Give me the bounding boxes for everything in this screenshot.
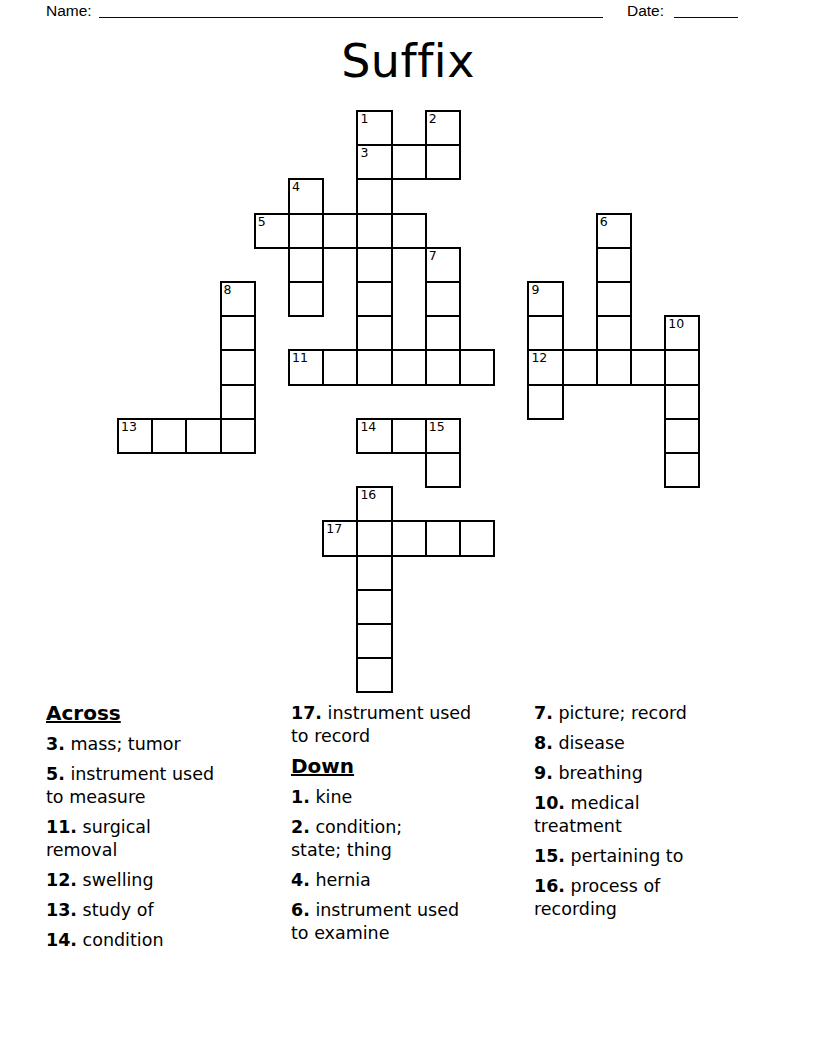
clue-text: disease xyxy=(553,733,625,753)
cell-number-10: 10 xyxy=(668,317,684,330)
clue-down-6: 6. instrument used to examine xyxy=(291,899,533,945)
crossword-grid: 1234567891011121314151617 xyxy=(117,110,703,694)
crossword-worksheet: { "game": "crossword", "title": "Suffix"… xyxy=(0,0,816,1056)
grid-cell-r5c5[interactable] xyxy=(288,281,324,317)
clue-down-16: 16. process of recording xyxy=(534,875,776,921)
grid-cell-r5c9[interactable] xyxy=(425,281,461,317)
grid-cell-r7c8[interactable] xyxy=(391,349,427,385)
clues-down-header: Down xyxy=(291,755,533,778)
clue-number: 16. xyxy=(534,876,565,896)
clue-down-9: 9. breathing xyxy=(534,762,776,785)
cell-number-1: 1 xyxy=(360,112,368,125)
clue-down-15: 15. pertaining to xyxy=(534,845,776,868)
clue-column-2: 17. instrument used to recordDown1. kine… xyxy=(291,702,533,952)
grid-cell-r4c7[interactable] xyxy=(356,247,392,283)
cell-number-13: 13 xyxy=(121,420,137,433)
cell-number-12: 12 xyxy=(531,351,547,364)
grid-cell-r7c10[interactable] xyxy=(459,349,495,385)
name-input-line[interactable] xyxy=(99,1,603,18)
date-label: Date: xyxy=(627,2,664,19)
cell-number-8: 8 xyxy=(224,283,232,296)
clue-text: instrument used to examine xyxy=(291,900,459,943)
clue-across-13: 13. study of xyxy=(46,899,288,922)
clue-number: 15. xyxy=(534,846,565,866)
clue-number: 2. xyxy=(291,817,310,837)
clue-column-1: Across3. mass; tumor5. instrument used t… xyxy=(46,702,288,959)
grid-cell-r3c8[interactable] xyxy=(391,213,427,249)
clue-number: 11. xyxy=(46,817,77,837)
clue-number: 12. xyxy=(46,870,77,890)
grid-cell-r9c16[interactable] xyxy=(664,418,700,454)
clue-down-10: 10. medical treatment xyxy=(534,792,776,838)
grid-cell-r1c9[interactable] xyxy=(425,144,461,180)
grid-cell-r8c12[interactable] xyxy=(527,384,563,420)
clue-across-3: 3. mass; tumor xyxy=(46,733,288,756)
clue-down-1: 1. kine xyxy=(291,786,533,809)
cell-number-16: 16 xyxy=(360,488,376,501)
cell-number-2: 2 xyxy=(429,112,437,125)
grid-cell-r9c3[interactable] xyxy=(220,418,256,454)
clue-down-8: 8. disease xyxy=(534,732,776,755)
grid-cell-r6c9[interactable] xyxy=(425,315,461,351)
cell-number-15: 15 xyxy=(429,420,445,433)
date-input-line[interactable] xyxy=(674,1,738,18)
grid-cell-r12c10[interactable] xyxy=(459,520,495,556)
grid-cell-r6c14[interactable] xyxy=(596,315,632,351)
clue-column-3: 7. picture; record8. disease9. breathing… xyxy=(534,702,776,928)
clue-number: 1. xyxy=(291,787,310,807)
grid-cell-r14c7[interactable] xyxy=(356,589,392,625)
cell-number-4: 4 xyxy=(292,180,300,193)
cell-number-5: 5 xyxy=(258,215,266,228)
grid-cell-r3c5[interactable] xyxy=(288,213,324,249)
grid-cell-r7c14[interactable] xyxy=(596,349,632,385)
grid-cell-r4c14[interactable] xyxy=(596,247,632,283)
grid-cell-r2c7[interactable] xyxy=(356,178,392,214)
clue-number: 6. xyxy=(291,900,310,920)
grid-cell-r16c7[interactable] xyxy=(356,657,392,693)
grid-cell-r7c7[interactable] xyxy=(356,349,392,385)
clue-number: 4. xyxy=(291,870,310,890)
cell-number-11: 11 xyxy=(292,351,308,364)
grid-cell-r9c8[interactable] xyxy=(391,418,427,454)
clue-number: 5. xyxy=(46,764,65,784)
clue-number: 13. xyxy=(46,900,77,920)
cell-number-3: 3 xyxy=(360,146,368,159)
grid-cell-r7c13[interactable] xyxy=(562,349,598,385)
clue-text: swelling xyxy=(77,870,154,890)
grid-cell-r7c16[interactable] xyxy=(664,349,700,385)
clue-text: instrument used to measure xyxy=(46,764,214,807)
grid-cell-r4c5[interactable] xyxy=(288,247,324,283)
clue-number: 3. xyxy=(46,734,65,754)
grid-cell-r9c2[interactable] xyxy=(185,418,221,454)
clue-across-12: 12. swelling xyxy=(46,869,288,892)
grid-cell-r12c8[interactable] xyxy=(391,520,427,556)
grid-cell-r13c7[interactable] xyxy=(356,555,392,591)
clue-text: breathing xyxy=(553,763,643,783)
clue-number: 9. xyxy=(534,763,553,783)
puzzle-title: Suffix xyxy=(0,33,816,89)
clue-number: 17. xyxy=(291,703,322,723)
grid-cell-r10c9[interactable] xyxy=(425,452,461,488)
cell-number-17: 17 xyxy=(326,522,342,535)
cell-number-6: 6 xyxy=(600,215,608,228)
grid-cell-r12c9[interactable] xyxy=(425,520,461,556)
grid-cell-r7c15[interactable] xyxy=(630,349,666,385)
cell-number-9: 9 xyxy=(531,283,539,296)
grid-cell-r3c7[interactable] xyxy=(356,213,392,249)
grid-cell-r3c6[interactable] xyxy=(322,213,358,249)
clue-text: mass; tumor xyxy=(65,734,181,754)
clues-across-header: Across xyxy=(46,702,288,725)
grid-cell-r6c3[interactable] xyxy=(220,315,256,351)
grid-cell-r8c16[interactable] xyxy=(664,384,700,420)
cell-number-14: 14 xyxy=(360,420,376,433)
grid-cell-r8c3[interactable] xyxy=(220,384,256,420)
clue-down-4: 4. hernia xyxy=(291,869,533,892)
grid-cell-r1c8[interactable] xyxy=(391,144,427,180)
clue-text: pertaining to xyxy=(565,846,683,866)
clue-across-11: 11. surgical removal xyxy=(46,816,288,862)
cell-number-7: 7 xyxy=(429,249,437,262)
clue-down-2: 2. condition; state; thing xyxy=(291,816,533,862)
grid-cell-r10c16[interactable] xyxy=(664,452,700,488)
grid-cell-r7c9[interactable] xyxy=(425,349,461,385)
grid-cell-r5c14[interactable] xyxy=(596,281,632,317)
clue-text: study of xyxy=(77,900,154,920)
clue-number: 10. xyxy=(534,793,565,813)
clue-number: 7. xyxy=(534,703,553,723)
clue-across-14: 14. condition xyxy=(46,929,288,952)
grid-cell-r12c7[interactable] xyxy=(356,520,392,556)
grid-cell-r6c7[interactable] xyxy=(356,315,392,351)
name-label: Name: xyxy=(46,2,92,19)
clue-text: hernia xyxy=(310,870,371,890)
clue-text: picture; record xyxy=(553,703,687,723)
grid-cell-r5c7[interactable] xyxy=(356,281,392,317)
grid-cell-r15c7[interactable] xyxy=(356,623,392,659)
grid-cell-r7c6[interactable] xyxy=(322,349,358,385)
clue-text: kine xyxy=(310,787,352,807)
clue-down-7: 7. picture; record xyxy=(534,702,776,725)
grid-cell-r6c12[interactable] xyxy=(527,315,563,351)
clue-across-5: 5. instrument used to measure xyxy=(46,763,288,809)
clue-number: 14. xyxy=(46,930,77,950)
grid-cell-r7c3[interactable] xyxy=(220,349,256,385)
clue-number: 8. xyxy=(534,733,553,753)
clue-text: condition xyxy=(77,930,163,950)
grid-cell-r9c1[interactable] xyxy=(151,418,187,454)
clue-across-17: 17. instrument used to record xyxy=(291,702,533,748)
